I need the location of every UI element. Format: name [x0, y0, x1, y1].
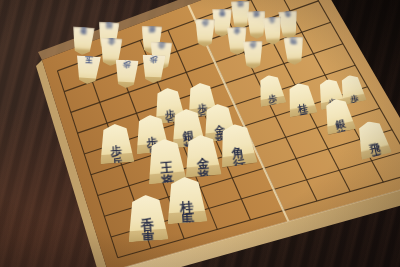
photo-scene: 桂馬香車銀将角行歩兵歩兵桂馬銀将金将香車飛車金将歩兵歩兵歩兵玉将歩兵歩兵歩兵歩兵…: [0, 0, 400, 267]
kanji-glyph: 兵: [351, 102, 361, 112]
kanji-glyph: 車: [80, 20, 88, 28]
kanji-glyph: 将: [197, 169, 210, 182]
shogi-piece-rook-sente[interactable]: 飛車: [353, 118, 392, 160]
shogi-piece-pawn-gote[interactable]: 歩兵: [243, 40, 263, 68]
shogi-piece-rook-gote[interactable]: 飛車: [283, 36, 304, 65]
kanji-glyph: 金: [108, 38, 116, 46]
kanji-glyph: 馬: [105, 15, 112, 22]
shogi-piece-pawn-gote[interactable]: 歩兵: [141, 54, 165, 83]
kanji-glyph: 車: [370, 151, 383, 164]
kanji-glyph: 行: [283, 5, 290, 12]
shogi-piece-bishop-gote[interactable]: 角行: [278, 10, 299, 39]
shogi-piece-knight-sente[interactable]: 桂馬: [284, 81, 317, 118]
kanji-glyph: 馬: [180, 213, 194, 227]
kanji-glyph: 将: [148, 19, 155, 26]
kanji-glyph: 行: [233, 158, 247, 172]
shogi-piece-lance-gote[interactable]: 香車: [71, 27, 95, 56]
shogi-piece-lance-sente[interactable]: 香車: [125, 194, 168, 243]
pieces-layer: 桂馬香車銀将角行歩兵歩兵桂馬銀将金将香車飛車金将歩兵歩兵歩兵玉将歩兵歩兵歩兵歩兵…: [0, 0, 400, 267]
kanji-glyph: 車: [219, 2, 226, 9]
shogi-piece-pawn-gote[interactable]: 歩兵: [114, 59, 138, 88]
kanji-glyph: 兵: [269, 103, 279, 113]
shogi-piece-pawn-gote[interactable]: 歩兵: [262, 17, 282, 46]
kanji-glyph: 兵: [268, 11, 275, 18]
kanji-glyph: 兵: [111, 158, 123, 170]
shogi-piece-pawn-gote[interactable]: 歩兵: [195, 18, 215, 46]
kanji-glyph: 馬: [236, 0, 243, 1]
shogi-piece-knight-gote[interactable]: 桂馬: [230, 1, 249, 29]
kanji-glyph: 将: [252, 5, 259, 12]
kanji-glyph: 兵: [123, 52, 131, 60]
kanji-glyph: 馬: [299, 112, 310, 123]
kanji-glyph: 歩: [158, 42, 166, 50]
shogi-piece-pawn-sente[interactable]: 歩兵: [98, 123, 135, 164]
kanji-glyph: 車: [141, 231, 155, 245]
shogi-piece-silver-gote[interactable]: 銀将: [246, 11, 266, 40]
shogi-piece-pawn-sente[interactable]: 歩兵: [256, 73, 287, 107]
shogi-piece-king-gote[interactable]: 玉将: [75, 55, 101, 85]
kanji-glyph: 兵: [202, 12, 209, 19]
shogi-piece-knight-sente[interactable]: 桂馬: [164, 176, 207, 225]
kanji-glyph: 将: [336, 129, 348, 140]
